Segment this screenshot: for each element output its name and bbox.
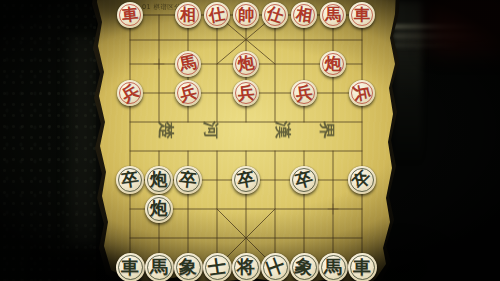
piece-glyph: 車 [121, 258, 139, 276]
piece-glyph: 象 [179, 258, 197, 276]
piece-black-soldier[interactable]: 卒 [116, 166, 144, 194]
piece-red-soldier[interactable]: 兵 [291, 80, 318, 107]
piece-red-cannon[interactable]: 炮 [320, 51, 347, 78]
piece-black-cannon[interactable]: 炮 [145, 166, 173, 194]
piece-red-chariot[interactable]: 車 [349, 2, 375, 28]
piece-red-horse[interactable]: 馬 [320, 2, 346, 28]
piece-glyph: 兵 [237, 84, 255, 102]
piece-red-elephant[interactable]: 相 [291, 2, 317, 28]
piece-glyph: 炮 [150, 200, 168, 218]
piece-red-soldier[interactable]: 兵 [349, 80, 376, 107]
piece-red-soldier[interactable]: 兵 [233, 80, 260, 107]
piece-glyph: 馬 [324, 258, 342, 276]
piece-red-elephant[interactable]: 相 [175, 2, 201, 28]
piece-red-advisor[interactable]: 仕 [204, 2, 230, 28]
piece-glyph: 将 [237, 258, 255, 276]
piece-glyph: 相 [295, 6, 313, 24]
piece-glyph: 卒 [120, 170, 140, 190]
piece-glyph: 兵 [352, 83, 371, 102]
piece-black-soldier[interactable]: 卒 [348, 166, 376, 194]
piece-glyph: 士 [207, 257, 227, 277]
piece-black-advisor[interactable]: 士 [261, 253, 290, 281]
piece-red-soldier[interactable]: 兵 [175, 80, 202, 107]
piece-black-elephant[interactable]: 象 [174, 253, 203, 281]
piece-black-soldier[interactable]: 卒 [232, 166, 260, 194]
piece-glyph: 帥 [238, 7, 254, 23]
piece-glyph: 卒 [178, 170, 197, 189]
piece-black-cannon[interactable]: 炮 [145, 195, 173, 223]
piece-black-horse[interactable]: 馬 [319, 253, 348, 281]
piece-glyph: 卒 [236, 170, 256, 190]
piece-glyph: 馬 [178, 54, 198, 74]
piece-black-chariot[interactable]: 車 [348, 253, 377, 281]
photo-frame: 楚 河 漢 界 01 棋谱区分·青 車相仕帥仕相馬車馬炮炮兵兵兵兵兵卒炮卒卒卒卒… [0, 0, 500, 281]
piece-red-advisor[interactable]: 仕 [262, 2, 288, 28]
piece-glyph: 仕 [208, 6, 227, 25]
piece-glyph: 馬 [325, 7, 341, 23]
piece-black-advisor[interactable]: 士 [203, 253, 232, 281]
piece-black-soldier[interactable]: 卒 [290, 166, 318, 194]
piece-glyph: 車 [121, 6, 139, 24]
piece-black-horse[interactable]: 馬 [145, 253, 174, 281]
piece-red-chariot[interactable]: 車 [117, 2, 143, 28]
pieces-layer: 車相仕帥仕相馬車馬炮炮兵兵兵兵兵卒炮卒卒卒卒炮車馬象士将士象馬車 [0, 0, 500, 281]
piece-glyph: 兵 [178, 83, 198, 103]
piece-glyph: 車 [354, 7, 370, 23]
piece-glyph: 兵 [295, 84, 314, 103]
piece-red-cannon[interactable]: 炮 [233, 51, 260, 78]
piece-glyph: 炮 [150, 171, 167, 188]
piece-black-general[interactable]: 将 [232, 253, 261, 281]
piece-glyph: 車 [353, 258, 371, 276]
piece-black-soldier[interactable]: 卒 [174, 166, 202, 194]
piece-black-elephant[interactable]: 象 [290, 253, 319, 281]
piece-red-general[interactable]: 帥 [233, 2, 259, 28]
piece-glyph: 馬 [150, 258, 168, 276]
piece-glyph: 炮 [237, 55, 256, 74]
piece-glyph: 象 [293, 256, 314, 277]
piece-red-soldier[interactable]: 兵 [117, 80, 144, 107]
piece-black-chariot[interactable]: 車 [116, 253, 145, 281]
piece-red-horse[interactable]: 馬 [175, 51, 202, 78]
piece-glyph: 相 [180, 7, 196, 23]
piece-glyph: 炮 [325, 56, 341, 72]
